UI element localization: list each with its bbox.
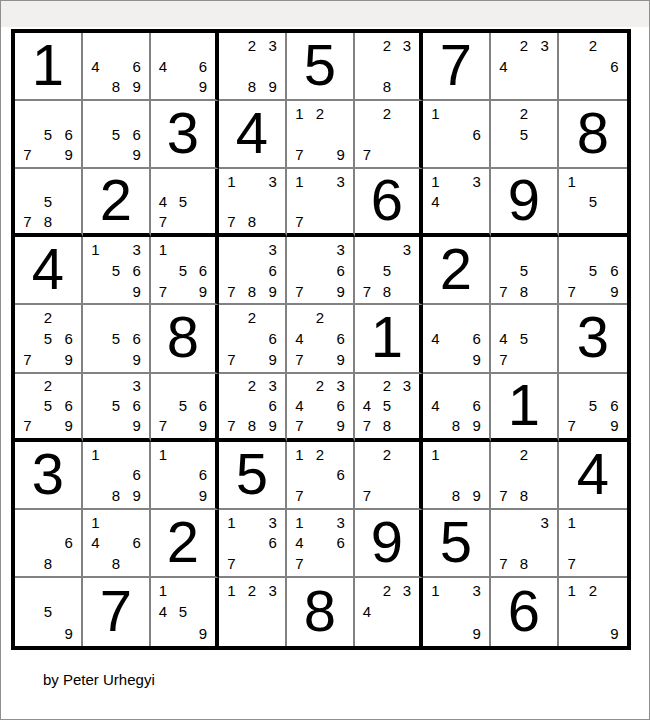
- cell-r9c1[interactable]: 59: [15, 578, 83, 646]
- pencil-mark-slot-1: [17, 171, 38, 191]
- pencil-mark-slot-9: [466, 211, 487, 231]
- pencil-mark-slot-6: 6: [604, 56, 625, 77]
- pencil-mark-slot-6: [466, 464, 487, 485]
- pencil-mark-slot-6: 6: [126, 124, 147, 145]
- cell-r4c6[interactable]: 3578: [355, 237, 423, 305]
- pencil-mark-slot-4: [561, 601, 582, 622]
- cell-r4c8[interactable]: 578: [491, 237, 559, 305]
- pencil-mark-slot-3: [58, 580, 79, 601]
- pencil-mark-slot-5: 5: [173, 191, 193, 211]
- pencil-mark-slot-5: [514, 464, 535, 485]
- pencil-mark-slot-2: [173, 580, 193, 601]
- pencil-mark-slot-3: 3: [466, 171, 487, 191]
- pencil-mark-slot-9: [330, 211, 351, 231]
- pencil-mark-slot-3: [58, 307, 79, 328]
- pencil-marks: 1367: [221, 512, 283, 574]
- cell-r9c5[interactable]: 8: [287, 578, 355, 646]
- cell-r1c2[interactable]: 4689: [83, 33, 151, 101]
- pencil-mark-slot-3: [534, 307, 555, 328]
- cell-r8c6[interactable]: 9: [355, 510, 423, 578]
- pencil-mark-slot-5: [377, 124, 397, 145]
- pencil-mark-slot-2: 2: [242, 307, 263, 328]
- pencil-mark-slot-2: [446, 444, 467, 465]
- pencil-mark-slot-6: 6: [330, 396, 351, 416]
- pencil-mark-slot-3: 3: [262, 35, 283, 56]
- pencil-marks: 36789: [221, 239, 283, 301]
- pencil-mark-slot-5: [310, 396, 331, 416]
- pencil-mark-slot-8: 8: [242, 211, 263, 231]
- cell-r2c9[interactable]: 8: [559, 101, 627, 169]
- cell-r1c7[interactable]: 7: [423, 33, 491, 101]
- top-strip: [1, 1, 649, 27]
- cell-r6c8[interactable]: 1: [491, 374, 559, 442]
- pencil-mark-slot-9: [330, 485, 351, 506]
- cell-r7c9[interactable]: 4: [559, 442, 627, 510]
- pencil-mark-slot-8: [38, 145, 59, 166]
- solved-digit: 4: [577, 445, 609, 503]
- cell-r9c8[interactable]: 6: [491, 578, 559, 646]
- cell-r8c3[interactable]: 2: [151, 510, 219, 578]
- pencil-mark-slot-2: [173, 444, 193, 465]
- pencil-mark-slot-1: [425, 376, 446, 396]
- solved-digit: 2: [440, 240, 472, 298]
- cell-r5c7[interactable]: 469: [423, 305, 491, 373]
- pencil-mark-slot-7: 7: [357, 145, 377, 166]
- pencil-mark-slot-2: 2: [582, 580, 603, 601]
- pencil-mark-slot-3: 3: [534, 512, 555, 533]
- pencil-mark-slot-5: [446, 464, 467, 485]
- cell-r7c6[interactable]: 27: [355, 442, 423, 510]
- pencil-mark-slot-7: 7: [561, 416, 582, 436]
- solved-digit: 2: [100, 171, 132, 229]
- pencil-mark-slot-6: [534, 260, 555, 281]
- cell-r2c8[interactable]: 25: [491, 101, 559, 169]
- cell-r3c2[interactable]: 2: [83, 169, 151, 237]
- pencil-mark-slot-9: [58, 211, 79, 231]
- pencil-mark-slot-4: 4: [425, 191, 446, 211]
- cell-r2c7[interactable]: 16: [423, 101, 491, 169]
- pencil-mark-slot-9: 9: [604, 623, 625, 644]
- cell-r9c6[interactable]: 234: [355, 578, 423, 646]
- pencil-marks: 24679: [289, 307, 351, 369]
- pencil-mark-slot-1: [425, 307, 446, 328]
- pencil-mark-slot-6: [397, 56, 417, 77]
- pencil-mark-slot-1: 1: [425, 444, 446, 465]
- cell-r3c7[interactable]: 134: [423, 169, 491, 237]
- pencil-mark-slot-3: 3: [262, 239, 283, 260]
- cell-r5c8[interactable]: 457: [491, 305, 559, 373]
- cell-r7c2[interactable]: 1689: [83, 442, 151, 510]
- pencil-mark-slot-1: [493, 103, 514, 124]
- pencil-mark-slot-1: [357, 444, 377, 465]
- pencil-mark-slot-3: 3: [397, 239, 417, 260]
- cell-r5c6[interactable]: 1: [355, 305, 423, 373]
- pencil-mark-slot-2: [310, 239, 331, 260]
- pencil-mark-slot-8: [38, 623, 59, 644]
- pencil-mark-slot-9: 9: [126, 485, 147, 506]
- pencil-marks: 1279: [289, 103, 351, 165]
- pencil-mark-slot-9: 9: [58, 145, 79, 166]
- pencil-mark-slot-1: [153, 35, 173, 56]
- cell-r4c4[interactable]: 36789: [219, 237, 287, 305]
- pencil-mark-slot-4: 4: [357, 601, 377, 622]
- pencil-mark-slot-7: 7: [17, 211, 38, 231]
- cell-r5c9[interactable]: 3: [559, 305, 627, 373]
- pencil-mark-slot-7: [153, 485, 173, 506]
- pencil-mark-slot-2: [446, 580, 467, 601]
- cell-r9c4[interactable]: 123: [219, 578, 287, 646]
- pencil-mark-slot-4: 4: [425, 328, 446, 349]
- pencil-mark-slot-4: [561, 260, 582, 281]
- pencil-mark-slot-9: 9: [126, 281, 147, 302]
- pencil-mark-slot-3: 3: [262, 580, 283, 601]
- pencil-mark-slot-1: [493, 512, 514, 533]
- cell-r9c9[interactable]: 129: [559, 578, 627, 646]
- cell-r5c4[interactable]: 2679: [219, 305, 287, 373]
- cell-r8c7[interactable]: 5: [423, 510, 491, 578]
- pencil-mark-slot-2: 2: [310, 376, 331, 396]
- pencil-mark-slot-8: [106, 145, 127, 166]
- pencil-mark-slot-5: [310, 464, 331, 485]
- cell-r9c7[interactable]: 139: [423, 578, 491, 646]
- solved-digit: 7: [100, 582, 132, 640]
- pencil-mark-slot-1: [493, 35, 514, 56]
- cell-r8c2[interactable]: 1468: [83, 510, 151, 578]
- pencil-mark-slot-2: [106, 103, 127, 124]
- pencil-mark-slot-9: 9: [466, 485, 487, 506]
- pencil-marks: 1267: [289, 444, 351, 506]
- pencil-marks: 16: [425, 103, 487, 165]
- cell-r1c4[interactable]: 2389: [219, 33, 287, 101]
- pencil-mark-slot-1: [17, 376, 38, 396]
- pencil-mark-slot-1: 1: [153, 444, 173, 465]
- pencil-mark-slot-2: [446, 103, 467, 124]
- cell-r3c4[interactable]: 1378: [219, 169, 287, 237]
- cell-r8c4[interactable]: 1367: [219, 510, 287, 578]
- pencil-mark-slot-7: [17, 553, 38, 574]
- pencil-mark-slot-2: 2: [377, 35, 397, 56]
- cell-r4c1[interactable]: 4: [15, 237, 83, 305]
- cell-r6c9[interactable]: 5679: [559, 374, 627, 442]
- pencil-mark-slot-9: 9: [330, 281, 351, 302]
- cell-r6c5[interactable]: 234679: [287, 374, 355, 442]
- pencil-mark-slot-9: [193, 211, 213, 231]
- cell-r4c2[interactable]: 13569: [83, 237, 151, 305]
- pencil-mark-slot-7: 7: [357, 416, 377, 436]
- pencil-mark-slot-9: 9: [126, 145, 147, 166]
- pencil-mark-slot-4: [17, 396, 38, 416]
- pencil-marks: 469: [425, 307, 487, 369]
- cell-r7c8[interactable]: 278: [491, 442, 559, 510]
- pencil-mark-slot-9: [534, 145, 555, 166]
- cell-r3c9[interactable]: 15: [559, 169, 627, 237]
- cell-r5c1[interactable]: 25679: [15, 305, 83, 373]
- cell-r1c8[interactable]: 234: [491, 33, 559, 101]
- cell-r4c9[interactable]: 5679: [559, 237, 627, 305]
- pencil-mark-slot-7: [493, 76, 514, 97]
- pencil-mark-slot-7: 7: [357, 485, 377, 506]
- pencil-marks: 5679: [17, 103, 79, 165]
- pencil-marks: 234: [493, 35, 555, 97]
- pencil-mark-slot-3: [262, 307, 283, 328]
- pencil-mark-slot-1: [561, 376, 582, 396]
- cell-r1c1[interactable]: 1: [15, 33, 83, 101]
- cell-r9c2[interactable]: 7: [83, 578, 151, 646]
- pencil-mark-slot-6: 6: [193, 260, 213, 281]
- pencil-mark-slot-8: [446, 211, 467, 231]
- cell-r8c1[interactable]: 68: [15, 510, 83, 578]
- pencil-marks: 4689: [425, 376, 487, 436]
- pencil-mark-slot-2: [310, 171, 331, 191]
- solved-digit: 3: [167, 104, 199, 162]
- pencil-mark-slot-8: [242, 623, 263, 644]
- pencil-mark-slot-9: 9: [604, 281, 625, 302]
- pencil-mark-slot-8: [446, 145, 467, 166]
- pencil-mark-slot-8: [310, 211, 331, 231]
- pencil-mark-slot-3: [193, 239, 213, 260]
- pencil-mark-slot-6: [534, 328, 555, 349]
- pencil-mark-slot-1: 1: [425, 171, 446, 191]
- cell-r2c5[interactable]: 1279: [287, 101, 355, 169]
- pencil-mark-slot-4: [153, 396, 173, 416]
- pencil-mark-slot-4: [425, 601, 446, 622]
- cell-r2c6[interactable]: 27: [355, 101, 423, 169]
- cell-r4c5[interactable]: 3679: [287, 237, 355, 305]
- pencil-mark-slot-6: [193, 191, 213, 211]
- pencil-mark-slot-8: [377, 145, 397, 166]
- pencil-mark-slot-9: [262, 553, 283, 574]
- pencil-mark-slot-2: 2: [582, 35, 603, 56]
- pencil-mark-slot-9: [604, 76, 625, 97]
- pencil-mark-slot-2: [242, 171, 263, 191]
- pencil-mark-slot-7: [221, 76, 242, 97]
- pencil-mark-slot-2: 2: [38, 376, 59, 396]
- pencil-mark-slot-1: [561, 239, 582, 260]
- pencil-mark-slot-7: [153, 76, 173, 97]
- cell-r1c5[interactable]: 5: [287, 33, 355, 101]
- pencil-mark-slot-3: 3: [262, 376, 283, 396]
- pencil-mark-slot-1: 1: [221, 512, 242, 533]
- cell-r8c8[interactable]: 378: [491, 510, 559, 578]
- pencil-mark-slot-7: [85, 349, 106, 370]
- cell-r7c7[interactable]: 189: [423, 442, 491, 510]
- pencil-mark-slot-2: [106, 307, 127, 328]
- pencil-mark-slot-5: [310, 124, 331, 145]
- cell-r8c5[interactable]: 13467: [287, 510, 355, 578]
- pencil-mark-slot-5: [242, 260, 263, 281]
- cell-r2c2[interactable]: 569: [83, 101, 151, 169]
- pencil-marks: 59: [17, 580, 79, 644]
- pencil-mark-slot-7: 7: [289, 211, 310, 231]
- pencil-marks: 129: [561, 580, 625, 644]
- pencil-mark-slot-5: 5: [514, 328, 535, 349]
- pencil-mark-slot-2: 2: [242, 580, 263, 601]
- cell-r3c5[interactable]: 137: [287, 169, 355, 237]
- pencil-mark-slot-7: 7: [153, 211, 173, 231]
- cell-r1c6[interactable]: 238: [355, 33, 423, 101]
- pencil-mark-slot-3: 3: [126, 239, 147, 260]
- pencil-mark-slot-3: [330, 444, 351, 465]
- cell-r2c1[interactable]: 5679: [15, 101, 83, 169]
- pencil-mark-slot-2: [446, 307, 467, 328]
- cell-r3c3[interactable]: 457: [151, 169, 219, 237]
- pencil-mark-slot-4: [357, 260, 377, 281]
- pencil-marks: 25679: [17, 307, 79, 369]
- pencil-mark-slot-2: 2: [377, 444, 397, 465]
- pencil-mark-slot-8: [377, 623, 397, 644]
- solved-digit: 5: [304, 36, 336, 94]
- cell-r4c7[interactable]: 2: [423, 237, 491, 305]
- pencil-mark-slot-3: [126, 444, 147, 465]
- pencil-mark-slot-1: [17, 103, 38, 124]
- cell-r5c2[interactable]: 569: [83, 305, 151, 373]
- cell-r7c5[interactable]: 1267: [287, 442, 355, 510]
- pencil-mark-slot-6: 6: [330, 532, 351, 553]
- cell-r8c9[interactable]: 17: [559, 510, 627, 578]
- pencil-mark-slot-3: 3: [466, 580, 487, 601]
- pencil-marks: 1459: [153, 580, 213, 644]
- pencil-marks: 5679: [561, 239, 625, 301]
- pencil-mark-slot-8: 8: [446, 485, 467, 506]
- pencil-mark-slot-8: 8: [106, 485, 127, 506]
- cell-r6c3[interactable]: 5679: [151, 374, 219, 442]
- solved-digit: 8: [167, 308, 199, 366]
- pencil-mark-slot-7: 7: [289, 281, 310, 302]
- pencil-mark-slot-3: [534, 444, 555, 465]
- pencil-mark-slot-1: [153, 171, 173, 191]
- pencil-marks: 27: [357, 103, 417, 165]
- pencil-mark-slot-8: [514, 349, 535, 370]
- cell-r7c3[interactable]: 169: [151, 442, 219, 510]
- pencil-mark-slot-3: [604, 376, 625, 396]
- pencil-mark-slot-6: 6: [604, 260, 625, 281]
- pencil-mark-slot-1: 1: [221, 580, 242, 601]
- pencil-mark-slot-3: [330, 307, 351, 328]
- cell-r6c7[interactable]: 4689: [423, 374, 491, 442]
- pencil-mark-slot-9: 9: [193, 76, 213, 97]
- pencil-marks: 139: [425, 580, 487, 644]
- cell-r1c3[interactable]: 469: [151, 33, 219, 101]
- cell-r7c4[interactable]: 5: [219, 442, 287, 510]
- pencil-mark-slot-9: [397, 623, 417, 644]
- pencil-mark-slot-5: [446, 124, 467, 145]
- pencil-marks: 134: [425, 171, 487, 231]
- pencil-mark-slot-9: 9: [58, 349, 79, 370]
- pencil-mark-slot-4: [221, 396, 242, 416]
- pencil-mark-slot-7: 7: [221, 211, 242, 231]
- pencil-mark-slot-5: [242, 396, 263, 416]
- cell-r4c3[interactable]: 15679: [151, 237, 219, 305]
- cell-r3c1[interactable]: 578: [15, 169, 83, 237]
- pencil-mark-slot-3: [58, 171, 79, 191]
- pencil-mark-slot-7: [561, 623, 582, 644]
- pencil-mark-slot-6: 6: [466, 396, 487, 416]
- pencil-mark-slot-4: [85, 124, 106, 145]
- pencil-mark-slot-4: [493, 464, 514, 485]
- cell-r2c4[interactable]: 4: [219, 101, 287, 169]
- pencil-mark-slot-4: 4: [289, 328, 310, 349]
- pencil-mark-slot-5: 5: [106, 260, 127, 281]
- pencil-mark-slot-9: [534, 553, 555, 574]
- pencil-marks: 234679: [289, 376, 351, 436]
- pencil-mark-slot-3: 3: [330, 239, 351, 260]
- cell-r2c3[interactable]: 3: [151, 101, 219, 169]
- pencil-mark-slot-7: [561, 211, 582, 231]
- pencil-mark-slot-2: [582, 376, 603, 396]
- pencil-mark-slot-2: 2: [514, 35, 535, 56]
- cell-r6c2[interactable]: 3569: [83, 374, 151, 442]
- pencil-marks: 5679: [153, 376, 213, 436]
- cell-r3c6[interactable]: 6: [355, 169, 423, 237]
- pencil-mark-slot-9: 9: [126, 76, 147, 97]
- pencil-marks: 469: [153, 35, 213, 97]
- pencil-mark-slot-6: [397, 601, 417, 622]
- pencil-mark-slot-6: [193, 601, 213, 622]
- pencil-mark-slot-1: 1: [561, 580, 582, 601]
- pencil-marks: 3569: [85, 376, 147, 436]
- pencil-mark-slot-5: [377, 464, 397, 485]
- pencil-mark-slot-9: 9: [193, 281, 213, 302]
- solved-digit: 8: [577, 104, 609, 162]
- pencil-mark-slot-8: 8: [106, 76, 127, 97]
- pencil-mark-slot-7: 7: [17, 349, 38, 370]
- pencil-mark-slot-5: [310, 328, 331, 349]
- cell-r5c5[interactable]: 24679: [287, 305, 355, 373]
- cell-r9c3[interactable]: 1459: [151, 578, 219, 646]
- pencil-mark-slot-4: [153, 260, 173, 281]
- pencil-mark-slot-2: [310, 512, 331, 533]
- pencil-mark-slot-3: [466, 307, 487, 328]
- pencil-mark-slot-3: [466, 103, 487, 124]
- pencil-mark-slot-6: 6: [262, 328, 283, 349]
- pencil-mark-slot-3: 3: [330, 376, 351, 396]
- cell-r6c1[interactable]: 25679: [15, 374, 83, 442]
- pencil-mark-slot-4: 4: [493, 56, 514, 77]
- pencil-mark-slot-4: [289, 464, 310, 485]
- pencil-mark-slot-4: [493, 532, 514, 553]
- pencil-mark-slot-2: [106, 512, 127, 533]
- solved-digit: 6: [371, 171, 403, 229]
- pencil-mark-slot-4: [561, 56, 582, 77]
- pencil-mark-slot-5: [242, 601, 263, 622]
- pencil-mark-slot-7: [561, 76, 582, 97]
- pencil-mark-slot-1: [357, 580, 377, 601]
- solved-digit: 1: [508, 376, 540, 434]
- pencil-mark-slot-6: [397, 260, 417, 281]
- pencil-mark-slot-3: [604, 35, 625, 56]
- pencil-mark-slot-9: [58, 553, 79, 574]
- pencil-marks: 457: [493, 307, 555, 369]
- cell-r6c6[interactable]: 234578: [355, 374, 423, 442]
- pencil-mark-slot-3: 3: [262, 512, 283, 533]
- cell-r1c9[interactable]: 26: [559, 33, 627, 101]
- pencil-mark-slot-6: [534, 56, 555, 77]
- cell-r5c3[interactable]: 8: [151, 305, 219, 373]
- cell-r7c1[interactable]: 3: [15, 442, 83, 510]
- pencil-mark-slot-7: [221, 623, 242, 644]
- pencil-mark-slot-3: [604, 171, 625, 191]
- pencil-mark-slot-8: [582, 281, 603, 302]
- pencil-mark-slot-7: 7: [289, 553, 310, 574]
- pencil-mark-slot-6: 6: [126, 532, 147, 553]
- pencil-mark-slot-3: 3: [330, 171, 351, 191]
- cell-r6c4[interactable]: 236789: [219, 374, 287, 442]
- pencil-mark-slot-1: [357, 239, 377, 260]
- cell-r3c8[interactable]: 9: [491, 169, 559, 237]
- pencil-marks: 578: [17, 171, 79, 231]
- pencil-mark-slot-5: [106, 464, 127, 485]
- pencil-marks: 13569: [85, 239, 147, 301]
